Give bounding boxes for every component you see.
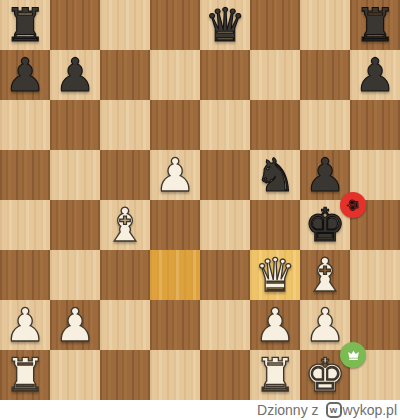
square-a1[interactable]: ♜ — [0, 350, 50, 400]
square-h3[interactable] — [350, 250, 400, 300]
square-e8[interactable]: ♛ — [200, 0, 250, 50]
white-rook-a1: ♜ — [4, 352, 45, 398]
black-rook-h8: ♜ — [354, 2, 395, 48]
black-pawn-g5: ♟ — [304, 152, 345, 198]
square-a2[interactable]: ♟ — [0, 300, 50, 350]
white-rook-f1: ♜ — [254, 352, 295, 398]
square-d6[interactable] — [150, 100, 200, 150]
caption-brand: wykop.pl — [343, 402, 397, 418]
square-c7[interactable] — [100, 50, 150, 100]
square-d7[interactable] — [150, 50, 200, 100]
white-pawn-f2: ♟ — [254, 302, 295, 348]
white-pawn-a2: ♟ — [4, 302, 45, 348]
white-pawn-b2: ♟ — [54, 302, 95, 348]
white-queen-f3: ♛ — [254, 252, 295, 298]
white-pawn-g2: ♟ — [304, 302, 345, 348]
winner-crown-badge — [340, 342, 366, 368]
wykop-logo-icon: w — [326, 402, 342, 418]
square-f3[interactable]: ♛ — [250, 250, 300, 300]
square-f7[interactable] — [250, 50, 300, 100]
fallen-king-icon: ♚ — [344, 197, 361, 213]
square-d5[interactable]: ♟ — [150, 150, 200, 200]
square-f6[interactable] — [250, 100, 300, 150]
checkmate-badge: ♚ — [340, 192, 366, 218]
black-pawn-h7: ♟ — [354, 52, 395, 98]
square-b3[interactable] — [50, 250, 100, 300]
square-c1[interactable] — [100, 350, 150, 400]
black-pawn-b7: ♟ — [54, 52, 95, 98]
square-b4[interactable] — [50, 200, 100, 250]
square-b5[interactable] — [50, 150, 100, 200]
black-queen-e8: ♛ — [204, 2, 245, 48]
square-e7[interactable] — [200, 50, 250, 100]
square-f1[interactable]: ♜ — [250, 350, 300, 400]
square-h8[interactable]: ♜ — [350, 0, 400, 50]
square-a3[interactable] — [0, 250, 50, 300]
square-b8[interactable] — [50, 0, 100, 50]
black-pawn-a7: ♟ — [4, 52, 45, 98]
square-c5[interactable] — [100, 150, 150, 200]
square-a8[interactable]: ♜ — [0, 0, 50, 50]
square-d3[interactable] — [150, 250, 200, 300]
square-a4[interactable] — [0, 200, 50, 250]
black-rook-a8: ♜ — [4, 2, 45, 48]
chess-screenshot: ♜♛♜♟♟♟♟♞♟♝♚♛♝♟♟♟♟♜♜♚ ♚ Dzionny z w wykop… — [0, 0, 400, 420]
caption-text: Dzionny z — [257, 402, 318, 418]
square-d2[interactable] — [150, 300, 200, 350]
caption-bar: Dzionny z w wykop.pl — [0, 400, 400, 420]
square-h7[interactable]: ♟ — [350, 50, 400, 100]
square-f8[interactable] — [250, 0, 300, 50]
square-d1[interactable] — [150, 350, 200, 400]
white-king-g1: ♚ — [304, 352, 345, 398]
square-c3[interactable] — [100, 250, 150, 300]
square-f4[interactable] — [250, 200, 300, 250]
square-e3[interactable] — [200, 250, 250, 300]
square-c2[interactable] — [100, 300, 150, 350]
square-e4[interactable] — [200, 200, 250, 250]
white-bishop-c4: ♝ — [104, 202, 145, 248]
square-c6[interactable] — [100, 100, 150, 150]
square-f2[interactable]: ♟ — [250, 300, 300, 350]
square-b2[interactable]: ♟ — [50, 300, 100, 350]
square-g5[interactable]: ♟ — [300, 150, 350, 200]
square-c8[interactable] — [100, 0, 150, 50]
crown-icon — [346, 348, 361, 363]
square-f5[interactable]: ♞ — [250, 150, 300, 200]
square-h6[interactable] — [350, 100, 400, 150]
square-e2[interactable] — [200, 300, 250, 350]
square-e1[interactable] — [200, 350, 250, 400]
square-e6[interactable] — [200, 100, 250, 150]
square-a7[interactable]: ♟ — [0, 50, 50, 100]
square-a5[interactable] — [0, 150, 50, 200]
chess-board: ♜♛♜♟♟♟♟♞♟♝♚♛♝♟♟♟♟♜♜♚ ♚ — [0, 0, 400, 400]
square-b1[interactable] — [50, 350, 100, 400]
white-pawn-d5: ♟ — [154, 152, 195, 198]
square-c4[interactable]: ♝ — [100, 200, 150, 250]
square-g7[interactable] — [300, 50, 350, 100]
square-b6[interactable] — [50, 100, 100, 150]
black-king-g4: ♚ — [304, 202, 345, 248]
square-d4[interactable] — [150, 200, 200, 250]
black-knight-f5: ♞ — [254, 152, 295, 198]
square-g3[interactable]: ♝ — [300, 250, 350, 300]
square-b7[interactable]: ♟ — [50, 50, 100, 100]
square-g8[interactable] — [300, 0, 350, 50]
square-g2[interactable]: ♟ — [300, 300, 350, 350]
square-e5[interactable] — [200, 150, 250, 200]
square-a6[interactable] — [0, 100, 50, 150]
square-g6[interactable] — [300, 100, 350, 150]
square-d8[interactable] — [150, 0, 200, 50]
white-bishop-g3: ♝ — [304, 252, 345, 298]
